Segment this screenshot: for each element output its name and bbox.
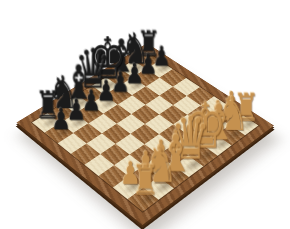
- chess-set-photo: ♜♞♝♛♚♝♞♜♟♟♟♟♟♟♟♟♟♟♟♟♟♟♟♟♜♞♝♛♚♝♞♜: [0, 0, 290, 229]
- square-a1: ♜: [128, 188, 159, 212]
- chess-board: ♜♞♝♛♚♝♞♜♟♟♟♟♟♟♟♟♟♟♟♟♟♟♟♟♜♞♝♛♚♝♞♜: [17, 43, 274, 225]
- piece-white-rook: ♜: [121, 160, 170, 202]
- piece-black-pawn: ♟: [38, 105, 84, 134]
- board-grid: ♜♞♝♛♚♝♞♜♟♟♟♟♟♟♟♟♟♟♟♟♟♟♟♟♜♞♝♛♚♝♞♜: [31, 51, 260, 212]
- board-frame: ♜♞♝♛♚♝♞♜♟♟♟♟♟♟♟♟♟♟♟♟♟♟♟♟♜♞♝♛♚♝♞♜: [17, 43, 274, 225]
- chess-scene: ♜♞♝♛♚♝♞♜♟♟♟♟♟♟♟♟♟♟♟♟♟♟♟♟♜♞♝♛♚♝♞♜: [54, 33, 236, 215]
